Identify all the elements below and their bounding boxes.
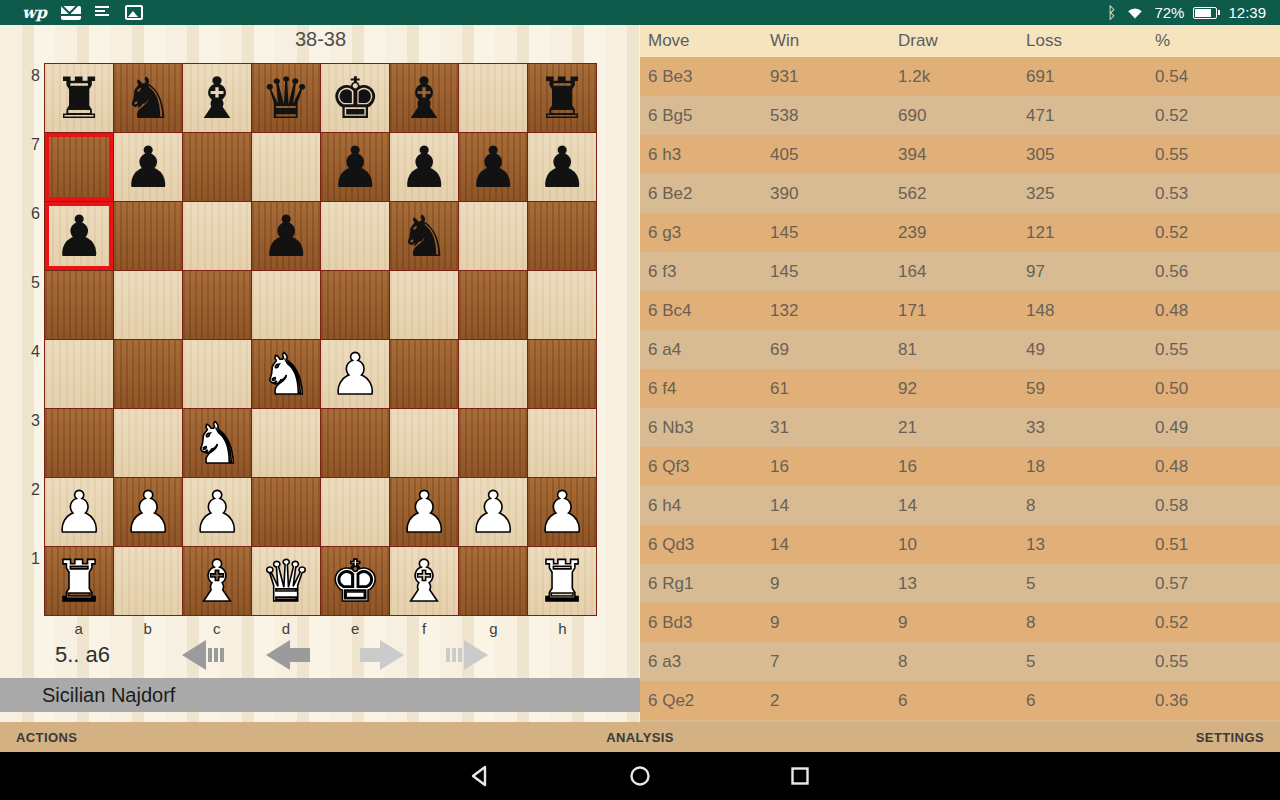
square-g3[interactable] [459,409,527,477]
square-d4[interactable]: ♞ [252,340,320,408]
cell: 0.48 [1155,457,1280,477]
cell: 6 Qf3 [648,457,770,477]
cell: 14 [770,496,898,516]
cell: 0.58 [1155,496,1280,516]
square-d5[interactable] [252,271,320,339]
cell: 164 [898,262,1026,282]
cell: 148 [1026,301,1155,321]
cell: 0.52 [1155,106,1280,126]
home-button[interactable] [629,765,651,787]
square-h7[interactable]: ♟ [528,133,596,201]
square-f8[interactable]: ♝ [390,64,458,132]
cell: 239 [898,223,1026,243]
square-c8[interactable]: ♝ [183,64,251,132]
cell: 145 [770,262,898,282]
battery-icon [1193,7,1217,19]
square-c6[interactable] [183,202,251,270]
cell: 18 [1026,457,1155,477]
cell: 9 [770,613,898,633]
square-b5[interactable] [114,271,182,339]
cell: 0.55 [1155,340,1280,360]
wifi-icon [1125,5,1145,20]
cell: 6 a4 [648,340,770,360]
black-piece: ♟ [260,202,311,270]
square-e5[interactable] [321,271,389,339]
square-f2[interactable]: ♟ [390,478,458,546]
black-piece: ♞ [398,202,449,270]
column-header-loss: Loss [1026,31,1155,51]
cell: 0.53 [1155,184,1280,204]
cell: 6 [1026,691,1155,711]
cell: 8 [898,652,1026,672]
cell: 6 Qd3 [648,535,770,555]
square-h8[interactable]: ♜ [528,64,596,132]
white-piece: ♝ [398,547,449,615]
opening-name-bar: Sicilian Najdorf [0,678,640,712]
move-row-6-Be3[interactable]: 6 Be39311.2k6910.54 [640,57,1280,96]
rank-label-3: 3 [18,412,40,430]
white-piece: ♟ [467,478,518,546]
rank-label-2: 2 [18,481,40,499]
cell: 691 [1026,67,1155,87]
cell: 13 [898,574,1026,594]
board-panel: 38-38 ♜♞♝♛♚♝♜♟♟♟♟♟♟♟♞♞♟♞♟♟♟♟♟♟♜♝♛♚♝♜ abc… [0,25,640,722]
square-b2[interactable]: ♟ [114,478,182,546]
cell: 6 h4 [648,496,770,516]
square-f5[interactable] [390,271,458,339]
cell: 81 [898,340,1026,360]
cell: 538 [770,106,898,126]
cell: 0.57 [1155,574,1280,594]
cell: 92 [898,379,1026,399]
move-row-6-Bg5[interactable]: 6 Bg55386904710.52 [640,96,1280,135]
square-f3[interactable] [390,409,458,477]
square-a8[interactable]: ♜ [45,64,113,132]
bottom-action-bar: ACTIONS ANALYSIS SETTINGS [0,722,1280,752]
black-piece: ♟ [53,202,104,270]
cell: 8 [1026,613,1155,633]
cell: 6 Rg1 [648,574,770,594]
white-piece: ♟ [536,478,587,546]
square-c4[interactable] [183,340,251,408]
move-row-6-a3[interactable]: 6 a37850.55 [640,642,1280,681]
cell: 9 [898,613,1026,633]
white-piece: ♟ [122,478,173,546]
cell: 6 [898,691,1026,711]
square-c7[interactable] [183,133,251,201]
rank-label-6: 6 [18,205,40,223]
square-f1[interactable]: ♝ [390,547,458,615]
cell: 69 [770,340,898,360]
cell: 6 h3 [648,145,770,165]
square-d6[interactable]: ♟ [252,202,320,270]
square-g6[interactable] [459,202,527,270]
square-b8[interactable]: ♞ [114,64,182,132]
square-a2[interactable]: ♟ [45,478,113,546]
cell: 0.50 [1155,379,1280,399]
square-f6[interactable]: ♞ [390,202,458,270]
cell: 0.55 [1155,145,1280,165]
cell: 13 [1026,535,1155,555]
square-a6[interactable]: ♟ [45,202,113,270]
square-c5[interactable] [183,271,251,339]
square-g8[interactable] [459,64,527,132]
cell: 6 f3 [648,262,770,282]
square-d2[interactable] [252,478,320,546]
current-move-label: 5.. a6 [55,642,110,668]
cell: 5 [1026,652,1155,672]
column-header-win: Win [770,31,898,51]
white-piece: ♟ [398,478,449,546]
washington-post-notification-icon: wp [22,3,47,22]
cell: 171 [898,301,1026,321]
back-button[interactable] [469,765,491,787]
cell: 59 [1026,379,1155,399]
cell: 6 Be3 [648,67,770,87]
column-header-move: Move [648,31,770,51]
cell: 5 [1026,574,1155,594]
cell: 0.48 [1155,301,1280,321]
move-row-6-Bc4[interactable]: 6 Bc41321711480.48 [640,291,1280,330]
cell: 394 [898,145,1026,165]
android-navigation-bar [0,752,1280,800]
cell: 0.36 [1155,691,1280,711]
white-piece: ♛ [260,547,311,615]
cell: 690 [898,106,1026,126]
black-piece: ♝ [398,64,449,132]
opening-name-label: Sicilian Najdorf [42,684,175,707]
move-row-6-Rg1[interactable]: 6 Rg191350.57 [640,564,1280,603]
rank-label-7: 7 [18,136,40,154]
cell: 49 [1026,340,1155,360]
previous-move-button[interactable] [264,636,322,674]
cell: 305 [1026,145,1155,165]
white-piece: ♞ [260,340,311,408]
square-g7[interactable]: ♟ [459,133,527,201]
square-g2[interactable]: ♟ [459,478,527,546]
move-row-6-Bd3[interactable]: 6 Bd39980.52 [640,603,1280,642]
square-h3[interactable] [528,409,596,477]
square-c3[interactable]: ♞ [183,409,251,477]
rank-label-4: 4 [18,343,40,361]
cell: 562 [898,184,1026,204]
move-row-6-f3[interactable]: 6 f3145164970.56 [640,252,1280,291]
next-move-button[interactable] [348,636,406,674]
amazon-notification-icon [95,6,111,19]
recents-button[interactable] [789,765,811,787]
white-piece: ♟ [191,478,242,546]
black-piece: ♟ [122,133,173,201]
chess-board[interactable]: ♜♞♝♛♚♝♜♟♟♟♟♟♟♟♞♞♟♞♟♟♟♟♟♟♜♝♛♚♝♜ [44,63,597,616]
square-g1[interactable] [459,547,527,615]
move-statistics-table: MoveWinDrawLoss% 6 Be39311.2k6910.546 Bg… [640,25,1280,722]
cell: 14 [770,535,898,555]
square-d3[interactable] [252,409,320,477]
cell: 0.54 [1155,67,1280,87]
square-h2[interactable]: ♟ [528,478,596,546]
status-bar: wp ᛒ 72% 12:39 [0,0,1280,25]
cell: 10 [898,535,1026,555]
square-d1[interactable]: ♛ [252,547,320,615]
cell: 325 [1026,184,1155,204]
cell: 16 [898,457,1026,477]
cell: 6 Qe2 [648,691,770,711]
cell: 31 [770,418,898,438]
black-piece: ♜ [536,64,587,132]
white-piece: ♟ [53,478,104,546]
square-a3[interactable] [45,409,113,477]
rank-label-8: 8 [18,67,40,85]
square-b1[interactable] [114,547,182,615]
black-piece: ♟ [398,133,449,201]
black-piece: ♝ [191,64,242,132]
black-piece: ♜ [53,64,104,132]
move-row-6-Qf3[interactable]: 6 Qf31616180.48 [640,447,1280,486]
cell: 97 [1026,262,1155,282]
cell: 6 Bd3 [648,613,770,633]
move-row-6-g3[interactable]: 6 g31452391210.52 [640,213,1280,252]
cell: 6 g3 [648,223,770,243]
cell: 145 [770,223,898,243]
cell: 14 [898,496,1026,516]
cell: 16 [770,457,898,477]
square-f4[interactable] [390,340,458,408]
go-to-start-button[interactable] [180,636,238,674]
battery-percent-label: 72% [1154,4,1184,21]
square-g4[interactable] [459,340,527,408]
square-d7[interactable] [252,133,320,201]
cell: 6 Nb3 [648,418,770,438]
black-piece: ♛ [260,64,311,132]
square-a5[interactable] [45,271,113,339]
cell: 0.51 [1155,535,1280,555]
cell: 6 Be2 [648,184,770,204]
cell: 9 [770,574,898,594]
square-c2[interactable]: ♟ [183,478,251,546]
square-e8[interactable]: ♚ [321,64,389,132]
square-h5[interactable] [528,271,596,339]
square-e1[interactable]: ♚ [321,547,389,615]
screenshot-notification-icon [125,5,143,20]
rank-label-5: 5 [18,274,40,292]
square-b3[interactable] [114,409,182,477]
cell: 1.2k [898,67,1026,87]
square-a4[interactable] [45,340,113,408]
square-g5[interactable] [459,271,527,339]
black-piece: ♟ [536,133,587,201]
move-row-6-a4[interactable]: 6 a46981490.55 [640,330,1280,369]
cell: 931 [770,67,898,87]
actions-button[interactable]: ACTIONS [16,730,77,745]
cell: 0.55 [1155,652,1280,672]
square-a7[interactable] [45,133,113,201]
move-row-6-Qe2[interactable]: 6 Qe22660.36 [640,681,1280,720]
cell: 2 [770,691,898,711]
white-piece: ♞ [191,409,242,477]
square-h6[interactable] [528,202,596,270]
cell: 0.52 [1155,613,1280,633]
column-header-pct: % [1155,31,1280,51]
clock-label: 12:39 [1228,4,1266,21]
square-h4[interactable] [528,340,596,408]
cell: 21 [898,418,1026,438]
white-piece: ♜ [53,547,104,615]
cell: 0.56 [1155,262,1280,282]
cell: 7 [770,652,898,672]
settings-button[interactable]: SETTINGS [1196,730,1264,745]
black-piece: ♟ [329,133,380,201]
cell: 6 a3 [648,652,770,672]
square-e3[interactable] [321,409,389,477]
cell: 405 [770,145,898,165]
move-row-6-Be2[interactable]: 6 Be23905623250.53 [640,174,1280,213]
square-c1[interactable]: ♝ [183,547,251,615]
cell: 6 Bc4 [648,301,770,321]
move-row-6-Qd3[interactable]: 6 Qd31410130.51 [640,525,1280,564]
square-b7[interactable]: ♟ [114,133,182,201]
cell: 0.52 [1155,223,1280,243]
cell: 6 f4 [648,379,770,399]
cell: 6 Bg5 [648,106,770,126]
square-e2[interactable] [321,478,389,546]
column-header-draw: Draw [898,31,1026,51]
cell: 0.49 [1155,418,1280,438]
analysis-button[interactable]: ANALYSIS [606,730,674,745]
cell: 8 [1026,496,1155,516]
white-piece: ♜ [536,547,587,615]
cell: 390 [770,184,898,204]
cell: 61 [770,379,898,399]
cell: 33 [1026,418,1155,438]
square-e7[interactable]: ♟ [321,133,389,201]
square-b6[interactable] [114,202,182,270]
cell: 121 [1026,223,1155,243]
white-piece: ♟ [329,340,380,408]
material-score-label: 38-38 [44,28,597,51]
bluetooth-icon: ᛒ [1107,5,1117,21]
table-header-row: MoveWinDrawLoss% [640,25,1280,57]
move-row-6-f4[interactable]: 6 f46192590.50 [640,369,1280,408]
black-piece: ♟ [467,133,518,201]
square-h1[interactable]: ♜ [528,547,596,615]
app-screen: wp ᛒ 72% 12:39 38-38 ♜♞♝♛♚♝♜♟♟♟♟♟♟♟♞♞♟♞♟… [0,0,1280,800]
white-piece: ♚ [329,547,380,615]
go-to-end-button[interactable] [432,636,490,674]
square-d8[interactable]: ♛ [252,64,320,132]
cell: 132 [770,301,898,321]
black-piece: ♞ [122,64,173,132]
square-f7[interactable]: ♟ [390,133,458,201]
square-e4[interactable]: ♟ [321,340,389,408]
square-e6[interactable] [321,202,389,270]
mail-notification-icon [61,6,81,20]
white-piece: ♝ [191,547,242,615]
move-row-6-h3[interactable]: 6 h34053943050.55 [640,135,1280,174]
square-a1[interactable]: ♜ [45,547,113,615]
table-body: 6 Be39311.2k6910.546 Bg55386904710.526 h… [640,57,1280,720]
move-row-6-Nb3[interactable]: 6 Nb33121330.49 [640,408,1280,447]
rank-label-1: 1 [18,550,40,568]
cell: 471 [1026,106,1155,126]
move-row-6-h4[interactable]: 6 h4141480.58 [640,486,1280,525]
black-piece: ♚ [329,64,380,132]
square-b4[interactable] [114,340,182,408]
